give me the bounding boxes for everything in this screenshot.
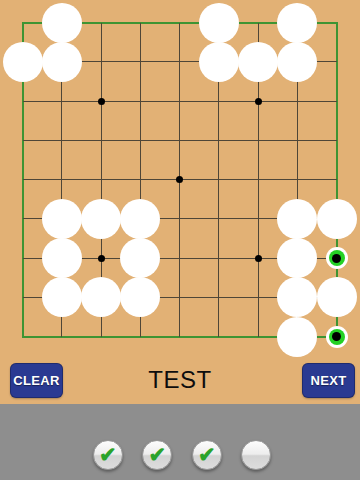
next-button[interactable]: NEXT [302, 363, 355, 398]
progress-dot-4[interactable] [241, 440, 271, 470]
white-stone [199, 3, 239, 43]
white-stone [81, 199, 121, 239]
star-point [255, 98, 262, 105]
marker-black-dot [332, 332, 341, 341]
star-point [98, 255, 105, 262]
white-stone [277, 317, 317, 357]
white-stone [199, 42, 239, 82]
progress-dot-3[interactable]: ✔ [192, 440, 222, 470]
go-board[interactable] [0, 0, 360, 360]
white-stone [42, 3, 82, 43]
marker-green-ring [329, 250, 345, 266]
white-stone [317, 277, 357, 317]
check-icon: ✔ [99, 444, 117, 465]
white-stone [238, 42, 278, 82]
white-stone [42, 42, 82, 82]
progress-panel: ✔✔✔ [0, 404, 360, 480]
move-marker[interactable] [326, 326, 348, 348]
marker-black-dot [332, 254, 341, 263]
move-marker[interactable] [326, 247, 348, 269]
check-icon: ✔ [198, 444, 216, 465]
progress-dot-2[interactable]: ✔ [142, 440, 172, 470]
white-stone [3, 42, 43, 82]
star-point [255, 255, 262, 262]
progress-dots: ✔✔✔ [2, 440, 360, 470]
progress-dot-1[interactable]: ✔ [93, 440, 123, 470]
white-stone [277, 3, 317, 43]
white-stone [42, 238, 82, 278]
app-screen: CLEAR TEST NEXT ✔✔✔ [0, 0, 360, 480]
check-icon: ✔ [148, 444, 166, 465]
white-stone [317, 199, 357, 239]
white-stone [42, 199, 82, 239]
star-point [98, 98, 105, 105]
marker-green-ring [329, 329, 345, 345]
